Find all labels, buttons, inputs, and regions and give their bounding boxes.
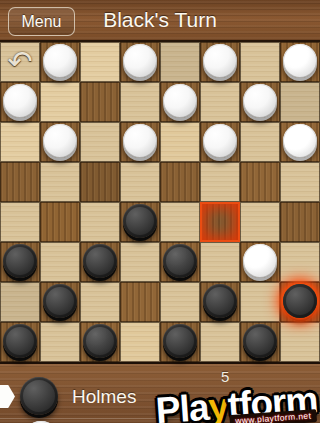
square-r7c5	[200, 322, 240, 362]
square-r0c0: ↶	[0, 42, 40, 82]
square-r5c6[interactable]	[240, 242, 280, 282]
square-r1c4[interactable]	[160, 82, 200, 122]
square-r7c7	[280, 322, 320, 362]
top-bar: Menu Black's Turn	[0, 0, 320, 42]
square-r5c0[interactable]	[0, 242, 40, 282]
square-r6c1[interactable]	[40, 282, 80, 322]
piece-white[interactable]	[43, 44, 77, 78]
square-r1c0[interactable]	[0, 82, 40, 122]
piece-black-selected[interactable]	[283, 284, 317, 318]
square-r0c5[interactable]	[200, 42, 240, 82]
piece-black[interactable]	[243, 324, 277, 358]
square-r2c7[interactable]	[280, 122, 320, 162]
current-turn-arrow-icon	[0, 385, 15, 408]
square-r3c7	[280, 162, 320, 202]
piece-white[interactable]	[283, 44, 317, 78]
square-r1c2[interactable]	[80, 82, 120, 122]
piece-white[interactable]	[283, 124, 317, 158]
menu-button[interactable]: Menu	[8, 7, 75, 36]
square-r7c3	[120, 322, 160, 362]
piece-white[interactable]	[243, 84, 277, 118]
square-r2c6	[240, 122, 280, 162]
piece-black[interactable]	[83, 244, 117, 278]
square-r0c3[interactable]	[120, 42, 160, 82]
square-r1c6[interactable]	[240, 82, 280, 122]
square-r5c4[interactable]	[160, 242, 200, 282]
piece-white[interactable]	[163, 84, 197, 118]
square-r3c6[interactable]	[240, 162, 280, 202]
square-r2c5[interactable]	[200, 122, 240, 162]
checkers-app: Menu Black's Turn ↶ Holmes 5 Playtform w…	[0, 0, 320, 423]
square-r2c4	[160, 122, 200, 162]
player-name: Holmes	[72, 386, 136, 408]
square-r0c6	[240, 42, 280, 82]
square-r2c0	[0, 122, 40, 162]
square-r7c1	[40, 322, 80, 362]
square-r0c7[interactable]	[280, 42, 320, 82]
watermark-brand-suffix: tform	[227, 379, 319, 423]
square-r7c0[interactable]	[0, 322, 40, 362]
square-r4c1[interactable]	[40, 202, 80, 242]
piece-white[interactable]	[3, 84, 37, 118]
piece-white[interactable]	[203, 124, 237, 158]
square-r6c6	[240, 282, 280, 322]
player-piece-icon-black	[20, 377, 58, 415]
square-r7c6[interactable]	[240, 322, 280, 362]
watermark-brand-accent: y	[207, 385, 229, 423]
square-r5c2[interactable]	[80, 242, 120, 282]
piece-white[interactable]	[43, 124, 77, 158]
piece-white[interactable]	[123, 124, 157, 158]
square-r5c1	[40, 242, 80, 282]
square-r2c3[interactable]	[120, 122, 160, 162]
square-r4c6	[240, 202, 280, 242]
square-r3c1	[40, 162, 80, 202]
square-r4c0	[0, 202, 40, 242]
square-r5c7	[280, 242, 320, 282]
square-r1c3	[120, 82, 160, 122]
undo-icon[interactable]: ↶	[7, 47, 32, 77]
square-r7c2[interactable]	[80, 322, 120, 362]
square-r6c2	[80, 282, 120, 322]
square-r1c7	[280, 82, 320, 122]
square-r0c4	[160, 42, 200, 82]
square-r0c1[interactable]	[40, 42, 80, 82]
square-r4c2	[80, 202, 120, 242]
square-r4c7[interactable]	[280, 202, 320, 242]
square-r3c0[interactable]	[0, 162, 40, 202]
player-bar: Holmes 5 Playtform www.playtform.net	[0, 362, 320, 423]
piece-white[interactable]	[123, 44, 157, 78]
piece-black[interactable]	[3, 244, 37, 278]
square-r6c3[interactable]	[120, 282, 160, 322]
square-r3c2[interactable]	[80, 162, 120, 202]
piece-black[interactable]	[83, 324, 117, 358]
square-r7c4[interactable]	[160, 322, 200, 362]
square-r1c5	[200, 82, 240, 122]
piece-white[interactable]	[243, 244, 277, 278]
square-r4c4	[160, 202, 200, 242]
square-r0c2	[80, 42, 120, 82]
square-r2c1[interactable]	[40, 122, 80, 162]
checkers-board: ↶	[0, 42, 320, 362]
square-r4c3[interactable]	[120, 202, 160, 242]
piece-black[interactable]	[163, 324, 197, 358]
player-list-divider	[0, 418, 200, 419]
piece-black[interactable]	[3, 324, 37, 358]
watermark-brand: Playtform	[155, 379, 319, 423]
piece-black[interactable]	[123, 204, 157, 238]
piece-black[interactable]	[163, 244, 197, 278]
square-r5c3	[120, 242, 160, 282]
square-r6c7[interactable]	[280, 282, 320, 322]
square-r2c2	[80, 122, 120, 162]
square-r1c1	[40, 82, 80, 122]
score-text: 5	[221, 368, 229, 385]
piece-black[interactable]	[203, 284, 237, 318]
square-r6c4	[160, 282, 200, 322]
highlighted-destination-square[interactable]	[200, 202, 240, 242]
watermark-url: www.playtform.net	[230, 409, 317, 423]
piece-white[interactable]	[203, 44, 237, 78]
square-r5c5	[200, 242, 240, 282]
square-r3c3	[120, 162, 160, 202]
square-r6c0	[0, 282, 40, 322]
watermark: Playtform www.playtform.net	[155, 379, 319, 423]
square-r6c5[interactable]	[200, 282, 240, 322]
piece-black[interactable]	[43, 284, 77, 318]
square-r3c5	[200, 162, 240, 202]
square-r3c4[interactable]	[160, 162, 200, 202]
